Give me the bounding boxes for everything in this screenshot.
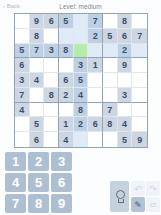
cell-r2c6[interactable]: 2 bbox=[88, 29, 103, 44]
cell-r1c8[interactable]: 8 bbox=[118, 14, 133, 29]
control-buttons: ↶ ↷ ✎ ▱ bbox=[131, 181, 160, 212]
cell-r2c7[interactable]: 5 bbox=[103, 29, 118, 44]
numpad-key-3[interactable]: 3 bbox=[51, 152, 72, 171]
cell-r8c5[interactable]: 2 bbox=[74, 117, 89, 132]
numpad-key-8[interactable]: 8 bbox=[28, 194, 49, 213]
cell-r4c9[interactable] bbox=[132, 58, 147, 73]
cell-r7c4[interactable] bbox=[59, 103, 74, 118]
undo-icon: ↶ bbox=[134, 184, 142, 194]
cell-r3c7[interactable] bbox=[103, 44, 118, 59]
cell-r1c9[interactable] bbox=[132, 14, 147, 29]
cell-r1c7[interactable] bbox=[103, 14, 118, 29]
cell-r3c8[interactable]: 2 bbox=[118, 44, 133, 59]
cell-r1c5[interactable] bbox=[74, 14, 89, 29]
cell-r3c6[interactable] bbox=[88, 44, 103, 59]
numpad-key-4[interactable]: 4 bbox=[5, 173, 26, 192]
cell-r4c3[interactable] bbox=[44, 58, 59, 73]
cell-r4c5[interactable]: 3 bbox=[74, 58, 89, 73]
lightbulb-icon bbox=[115, 190, 124, 203]
numpad-key-2[interactable]: 2 bbox=[28, 152, 49, 171]
hint-button[interactable] bbox=[110, 181, 129, 212]
cell-r2c2[interactable]: 8 bbox=[30, 29, 45, 44]
cell-r6c7[interactable] bbox=[103, 88, 118, 103]
cell-r2c9[interactable]: 7 bbox=[132, 29, 147, 44]
cell-r5c8[interactable] bbox=[118, 73, 133, 88]
cell-r7c5[interactable]: 8 bbox=[74, 103, 89, 118]
cell-r3c1[interactable]: 5 bbox=[15, 44, 30, 59]
cell-r6c8[interactable]: 3 bbox=[118, 88, 133, 103]
cell-r3c5[interactable] bbox=[74, 44, 89, 59]
cell-r5c4[interactable]: 6 bbox=[59, 73, 74, 88]
cell-r6c9[interactable] bbox=[132, 88, 147, 103]
cell-r5c3[interactable] bbox=[44, 73, 59, 88]
numpad-key-5[interactable]: 5 bbox=[28, 173, 49, 192]
numpad-key-1[interactable]: 1 bbox=[5, 152, 26, 171]
cell-r5c6[interactable] bbox=[88, 73, 103, 88]
cell-r9c1[interactable] bbox=[15, 132, 30, 147]
cell-r6c5[interactable]: 4 bbox=[74, 88, 89, 103]
cell-r6c4[interactable]: 2 bbox=[59, 88, 74, 103]
pencil-button[interactable]: ✎ bbox=[131, 197, 145, 212]
sudoku-app: ‹ Back Level: medium 9657882567573826319… bbox=[0, 0, 161, 215]
cell-r8c2[interactable]: 5 bbox=[30, 117, 45, 132]
cell-r2c1[interactable] bbox=[15, 29, 30, 44]
cell-r2c4[interactable] bbox=[59, 29, 74, 44]
cell-r7c9[interactable] bbox=[132, 103, 147, 118]
cell-r2c5[interactable] bbox=[74, 29, 89, 44]
cell-r3c9[interactable] bbox=[132, 44, 147, 59]
cell-r3c2[interactable]: 7 bbox=[30, 44, 45, 59]
cell-r3c4[interactable]: 8 bbox=[59, 44, 74, 59]
cell-r8c1[interactable] bbox=[15, 117, 30, 132]
cell-r1c3[interactable]: 6 bbox=[44, 14, 59, 29]
cell-r2c8[interactable]: 6 bbox=[118, 29, 133, 44]
cell-r4c1[interactable]: 6 bbox=[15, 58, 30, 73]
cell-r1c6[interactable]: 7 bbox=[88, 14, 103, 29]
numpad: 123456789 bbox=[5, 152, 72, 213]
cell-r4c2[interactable] bbox=[30, 58, 45, 73]
cell-r1c4[interactable]: 5 bbox=[59, 14, 74, 29]
cell-r7c1[interactable]: 4 bbox=[15, 103, 30, 118]
cell-r2c3[interactable] bbox=[44, 29, 59, 44]
cell-r4c8[interactable]: 9 bbox=[118, 58, 133, 73]
numpad-key-6[interactable]: 6 bbox=[51, 173, 72, 192]
cell-r8c3[interactable] bbox=[44, 117, 59, 132]
cell-r4c6[interactable]: 1 bbox=[88, 58, 103, 73]
cell-r4c4[interactable] bbox=[59, 58, 74, 73]
cell-r8c4[interactable]: 1 bbox=[59, 117, 74, 132]
cell-r5c7[interactable] bbox=[103, 73, 118, 88]
eraser-icon: ▱ bbox=[150, 200, 156, 209]
cell-r9c9[interactable]: 9 bbox=[132, 132, 147, 147]
cell-r7c7[interactable]: 7 bbox=[103, 103, 118, 118]
cell-r9c4[interactable]: 4 bbox=[59, 132, 74, 147]
cell-r6c2[interactable] bbox=[30, 88, 45, 103]
cell-r5c5[interactable]: 5 bbox=[74, 73, 89, 88]
pencil-icon: ✎ bbox=[134, 200, 142, 210]
cell-r9c6[interactable] bbox=[88, 132, 103, 147]
cell-r9c2[interactable]: 6 bbox=[30, 132, 45, 147]
numpad-key-9[interactable]: 9 bbox=[51, 194, 72, 213]
cell-r5c1[interactable]: 3 bbox=[15, 73, 30, 88]
cell-r5c2[interactable]: 4 bbox=[30, 73, 45, 88]
cell-r1c1[interactable] bbox=[15, 14, 30, 29]
redo-icon: ↷ bbox=[149, 184, 157, 194]
cell-r8c8[interactable]: 4 bbox=[118, 117, 133, 132]
cell-r1c2[interactable]: 9 bbox=[30, 14, 45, 29]
redo-button[interactable]: ↷ bbox=[146, 181, 160, 196]
cell-r9c8[interactable]: 5 bbox=[118, 132, 133, 147]
cell-r7c2[interactable] bbox=[30, 103, 45, 118]
cell-r7c6[interactable] bbox=[88, 103, 103, 118]
cell-r9c7[interactable] bbox=[103, 132, 118, 147]
cell-r9c3[interactable] bbox=[44, 132, 59, 147]
cell-r9c5[interactable] bbox=[74, 132, 89, 147]
cell-r8c7[interactable]: 8 bbox=[103, 117, 118, 132]
level-label: Level: medium bbox=[0, 3, 161, 10]
cell-r8c9[interactable] bbox=[132, 117, 147, 132]
sudoku-board: 9657882567573826319346578243487512684645… bbox=[14, 13, 148, 148]
eraser-button[interactable]: ▱ bbox=[146, 197, 160, 212]
cell-r7c3[interactable] bbox=[44, 103, 59, 118]
cell-r5c9[interactable] bbox=[132, 73, 147, 88]
cell-r6c1[interactable]: 7 bbox=[15, 88, 30, 103]
numpad-key-7[interactable]: 7 bbox=[5, 194, 26, 213]
cell-r8c6[interactable]: 6 bbox=[88, 117, 103, 132]
cell-r4c7[interactable] bbox=[103, 58, 118, 73]
cell-r6c3[interactable]: 8 bbox=[44, 88, 59, 103]
cell-r7c8[interactable] bbox=[118, 103, 133, 118]
cell-r3c3[interactable]: 3 bbox=[44, 44, 59, 59]
undo-button[interactable]: ↶ bbox=[131, 181, 145, 196]
cell-r6c6[interactable] bbox=[88, 88, 103, 103]
